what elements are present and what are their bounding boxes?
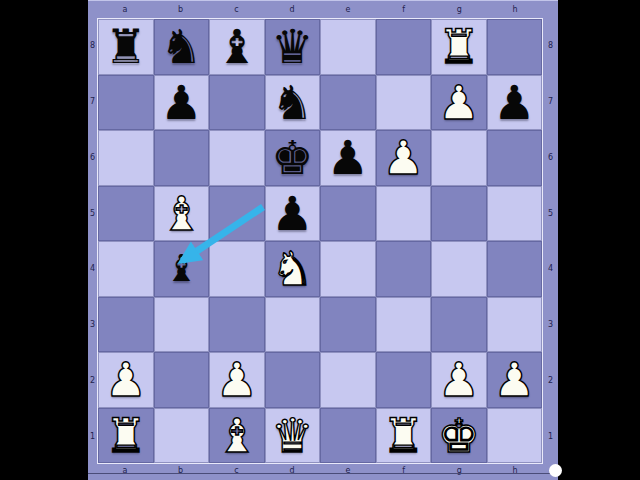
square-f3[interactable] <box>376 297 432 353</box>
white-bishop-b5[interactable]: ♝ <box>160 186 202 241</box>
square-b4[interactable]: ♝ <box>154 241 210 297</box>
square-h8[interactable] <box>487 19 543 75</box>
rank-label-8: 8 <box>88 18 97 74</box>
square-e7[interactable] <box>320 75 376 131</box>
square-f1[interactable]: ♜ <box>376 408 432 464</box>
file-label-f: f <box>376 2 432 17</box>
white-pawn-h2[interactable]: ♟ <box>493 352 535 407</box>
square-h2[interactable]: ♟ <box>487 352 543 408</box>
square-h1[interactable] <box>487 408 543 464</box>
square-g1[interactable]: ♚ <box>431 408 487 464</box>
square-g4[interactable] <box>431 241 487 297</box>
rank-label-7: 7 <box>543 74 558 130</box>
white-pawn-c2[interactable]: ♟ <box>216 352 258 407</box>
square-f7[interactable] <box>376 75 432 131</box>
board-frame: abcdefgh abcdefgh 87654321 87654321 ♜♞♝♛… <box>88 0 558 480</box>
file-label-c: c <box>209 464 265 477</box>
square-g3[interactable] <box>431 297 487 353</box>
square-h3[interactable] <box>487 297 543 353</box>
rank-label-5: 5 <box>88 185 97 241</box>
black-rook-a8[interactable]: ♜ <box>105 19 147 74</box>
square-c7[interactable] <box>209 75 265 131</box>
square-d2[interactable] <box>265 352 321 408</box>
white-knight-d4[interactable]: ♞ <box>271 241 313 296</box>
file-label-d: d <box>264 464 320 477</box>
file-label-b: b <box>153 2 209 17</box>
square-g2[interactable]: ♟ <box>431 352 487 408</box>
square-e2[interactable] <box>320 352 376 408</box>
square-b7[interactable]: ♟ <box>154 75 210 131</box>
white-pawn-g2[interactable]: ♟ <box>438 352 480 407</box>
file-label-b: b <box>153 464 209 477</box>
rank-label-1: 1 <box>88 408 97 464</box>
white-queen-d1[interactable]: ♛ <box>271 408 313 463</box>
rank-label-4: 4 <box>88 241 97 297</box>
square-h6[interactable] <box>487 130 543 186</box>
file-label-d: d <box>264 2 320 17</box>
rank-label-8: 8 <box>543 18 558 74</box>
rank-labels-right: 87654321 <box>543 18 558 464</box>
rank-labels-left: 87654321 <box>88 18 97 464</box>
square-g7[interactable]: ♟ <box>431 75 487 131</box>
black-bishop-c8[interactable]: ♝ <box>216 19 258 74</box>
square-d1[interactable]: ♛ <box>265 408 321 464</box>
black-king-d6[interactable]: ♚ <box>271 130 313 185</box>
file-label-g: g <box>432 464 488 477</box>
file-label-a: a <box>97 464 153 477</box>
square-d4[interactable]: ♞ <box>265 241 321 297</box>
square-h7[interactable]: ♟ <box>487 75 543 131</box>
square-a3[interactable] <box>98 297 154 353</box>
square-a7[interactable] <box>98 75 154 131</box>
square-c3[interactable] <box>209 297 265 353</box>
file-label-c: c <box>209 2 265 17</box>
square-b1[interactable] <box>154 408 210 464</box>
square-c5[interactable] <box>209 186 265 242</box>
black-knight-d7[interactable]: ♞ <box>271 75 313 130</box>
square-e6[interactable]: ♟ <box>320 130 376 186</box>
square-e4[interactable] <box>320 241 376 297</box>
square-a2[interactable]: ♟ <box>98 352 154 408</box>
square-c8[interactable]: ♝ <box>209 19 265 75</box>
square-f2[interactable] <box>376 352 432 408</box>
square-e5[interactable] <box>320 186 376 242</box>
rank-label-2: 2 <box>543 353 558 409</box>
square-f5[interactable] <box>376 186 432 242</box>
square-e8[interactable] <box>320 19 376 75</box>
square-e3[interactable] <box>320 297 376 353</box>
square-d6[interactable]: ♚ <box>265 130 321 186</box>
white-pawn-f6[interactable]: ♟ <box>382 130 424 185</box>
square-g6[interactable] <box>431 130 487 186</box>
square-b6[interactable] <box>154 130 210 186</box>
square-b5[interactable]: ♝ <box>154 186 210 242</box>
file-label-h: h <box>487 2 543 17</box>
square-b3[interactable] <box>154 297 210 353</box>
white-pawn-g7[interactable]: ♟ <box>438 75 480 130</box>
square-b8[interactable]: ♞ <box>154 19 210 75</box>
square-d8[interactable]: ♛ <box>265 19 321 75</box>
rank-label-6: 6 <box>543 130 558 186</box>
rank-label-5: 5 <box>543 185 558 241</box>
square-g5[interactable] <box>431 186 487 242</box>
black-pawn-e6[interactable]: ♟ <box>327 130 369 185</box>
file-label-g: g <box>432 2 488 17</box>
file-labels-top: abcdefgh <box>97 2 543 17</box>
corner-dot <box>549 464 562 477</box>
chess-board: ♜♞♝♛♜♟♞♟♟♚♟♟♝♟♝♞♟♟♟♟♜♝♛♜♚ <box>97 18 543 464</box>
file-labels-bottom: abcdefgh <box>97 464 543 477</box>
white-bishop-c1[interactable]: ♝ <box>216 408 258 463</box>
square-h5[interactable] <box>487 186 543 242</box>
white-king-g1[interactable]: ♚ <box>438 408 480 463</box>
square-f8[interactable] <box>376 19 432 75</box>
square-b2[interactable] <box>154 352 210 408</box>
black-pawn-d5[interactable]: ♟ <box>271 186 313 241</box>
square-a8[interactable]: ♜ <box>98 19 154 75</box>
square-a4[interactable] <box>98 241 154 297</box>
file-label-e: e <box>320 464 376 477</box>
black-knight-b8[interactable]: ♞ <box>160 19 202 74</box>
file-label-h: h <box>487 464 543 477</box>
square-a1[interactable]: ♜ <box>98 408 154 464</box>
white-rook-a1[interactable]: ♜ <box>105 408 147 463</box>
white-rook-g8[interactable]: ♜ <box>438 19 480 74</box>
square-h4[interactable] <box>487 241 543 297</box>
video-frame: abcdefgh abcdefgh 87654321 87654321 ♜♞♝♛… <box>0 0 640 480</box>
file-label-e: e <box>320 2 376 17</box>
square-d7[interactable]: ♞ <box>265 75 321 131</box>
square-g8[interactable]: ♜ <box>431 19 487 75</box>
square-c6[interactable] <box>209 130 265 186</box>
black-pawn-h7[interactable]: ♟ <box>493 75 535 130</box>
square-c4[interactable] <box>209 241 265 297</box>
square-e1[interactable] <box>320 408 376 464</box>
square-d3[interactable] <box>265 297 321 353</box>
rank-label-2: 2 <box>88 353 97 409</box>
black-queen-d8[interactable]: ♛ <box>271 19 313 74</box>
black-bishop-b4[interactable]: ♝ <box>165 245 198 293</box>
file-label-f: f <box>376 464 432 477</box>
square-c2[interactable]: ♟ <box>209 352 265 408</box>
square-d5[interactable]: ♟ <box>265 186 321 242</box>
white-pawn-a2[interactable]: ♟ <box>105 352 147 407</box>
rank-label-6: 6 <box>88 130 97 186</box>
square-f6[interactable]: ♟ <box>376 130 432 186</box>
rank-label-3: 3 <box>543 297 558 353</box>
square-a5[interactable] <box>98 186 154 242</box>
square-a6[interactable] <box>98 130 154 186</box>
file-label-a: a <box>97 2 153 17</box>
white-rook-f1[interactable]: ♜ <box>382 408 424 463</box>
rank-label-1: 1 <box>543 408 558 464</box>
rank-label-7: 7 <box>88 74 97 130</box>
frame-bottom-line <box>88 473 558 474</box>
square-f4[interactable] <box>376 241 432 297</box>
square-c1[interactable]: ♝ <box>209 408 265 464</box>
rank-label-3: 3 <box>88 297 97 353</box>
black-pawn-b7[interactable]: ♟ <box>160 75 202 130</box>
rank-label-4: 4 <box>543 241 558 297</box>
